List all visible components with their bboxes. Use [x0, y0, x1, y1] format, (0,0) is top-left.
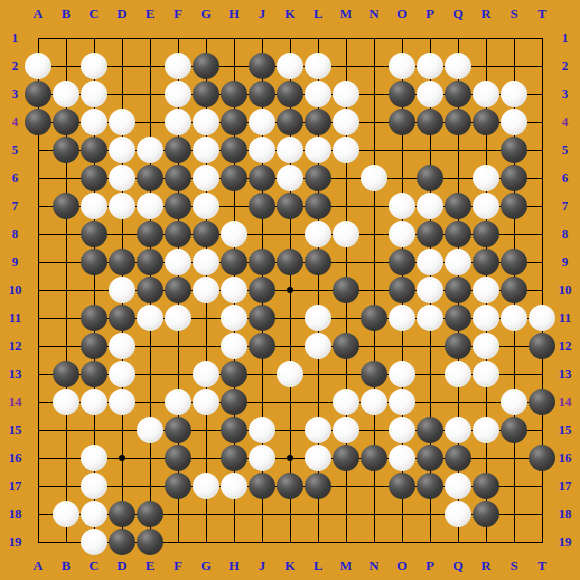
intersection-R19[interactable]	[472, 528, 500, 556]
intersection-F11[interactable]	[164, 304, 192, 332]
intersection-Q7[interactable]	[444, 192, 472, 220]
intersection-K14[interactable]	[276, 388, 304, 416]
intersection-J15[interactable]	[248, 416, 276, 444]
intersection-R4[interactable]	[472, 108, 500, 136]
intersection-B14[interactable]	[52, 388, 80, 416]
intersection-L6[interactable]	[304, 164, 332, 192]
intersection-R3[interactable]	[472, 80, 500, 108]
intersection-B19[interactable]	[52, 528, 80, 556]
intersection-E14[interactable]	[136, 388, 164, 416]
intersection-R6[interactable]	[472, 164, 500, 192]
intersection-G11[interactable]	[192, 304, 220, 332]
intersection-M1[interactable]	[332, 24, 360, 52]
intersection-D5[interactable]	[108, 136, 136, 164]
intersection-S17[interactable]	[500, 472, 528, 500]
intersection-R11[interactable]	[472, 304, 500, 332]
intersection-O7[interactable]	[388, 192, 416, 220]
intersection-M2[interactable]	[332, 52, 360, 80]
intersection-C16[interactable]	[80, 444, 108, 472]
intersection-O10[interactable]	[388, 276, 416, 304]
intersection-L13[interactable]	[304, 360, 332, 388]
intersection-S14[interactable]	[500, 388, 528, 416]
intersection-F4[interactable]	[164, 108, 192, 136]
intersection-P10[interactable]	[416, 276, 444, 304]
intersection-E11[interactable]	[136, 304, 164, 332]
intersection-G10[interactable]	[192, 276, 220, 304]
intersection-B5[interactable]	[52, 136, 80, 164]
intersection-S10[interactable]	[500, 276, 528, 304]
intersection-H9[interactable]	[220, 248, 248, 276]
intersection-P16[interactable]	[416, 444, 444, 472]
intersection-L12[interactable]	[304, 332, 332, 360]
intersection-Q5[interactable]	[444, 136, 472, 164]
intersection-K18[interactable]	[276, 500, 304, 528]
intersection-J9[interactable]	[248, 248, 276, 276]
intersection-D4[interactable]	[108, 108, 136, 136]
intersection-Q1[interactable]	[444, 24, 472, 52]
intersection-R9[interactable]	[472, 248, 500, 276]
intersection-G12[interactable]	[192, 332, 220, 360]
intersection-M4[interactable]	[332, 108, 360, 136]
intersection-L16[interactable]	[304, 444, 332, 472]
intersection-R13[interactable]	[472, 360, 500, 388]
intersection-G7[interactable]	[192, 192, 220, 220]
intersection-M16[interactable]	[332, 444, 360, 472]
intersection-G2[interactable]	[192, 52, 220, 80]
intersection-O3[interactable]	[388, 80, 416, 108]
intersection-R10[interactable]	[472, 276, 500, 304]
intersection-O5[interactable]	[388, 136, 416, 164]
intersection-B16[interactable]	[52, 444, 80, 472]
intersection-Q19[interactable]	[444, 528, 472, 556]
intersection-M19[interactable]	[332, 528, 360, 556]
intersection-H1[interactable]	[220, 24, 248, 52]
intersection-G9[interactable]	[192, 248, 220, 276]
intersection-B12[interactable]	[52, 332, 80, 360]
intersection-H15[interactable]	[220, 416, 248, 444]
intersection-G8[interactable]	[192, 220, 220, 248]
intersection-Q11[interactable]	[444, 304, 472, 332]
intersection-S11[interactable]	[500, 304, 528, 332]
intersection-J16[interactable]	[248, 444, 276, 472]
intersection-D10[interactable]	[108, 276, 136, 304]
intersection-E18[interactable]	[136, 500, 164, 528]
intersection-K9[interactable]	[276, 248, 304, 276]
intersection-O4[interactable]	[388, 108, 416, 136]
intersection-Q15[interactable]	[444, 416, 472, 444]
intersection-B9[interactable]	[52, 248, 80, 276]
intersection-L3[interactable]	[304, 80, 332, 108]
intersection-Q8[interactable]	[444, 220, 472, 248]
intersection-P2[interactable]	[416, 52, 444, 80]
intersection-O12[interactable]	[388, 332, 416, 360]
intersection-B13[interactable]	[52, 360, 80, 388]
intersection-D3[interactable]	[108, 80, 136, 108]
intersection-D1[interactable]	[108, 24, 136, 52]
intersection-H7[interactable]	[220, 192, 248, 220]
intersection-O18[interactable]	[388, 500, 416, 528]
intersection-D15[interactable]	[108, 416, 136, 444]
intersection-M7[interactable]	[332, 192, 360, 220]
intersection-H11[interactable]	[220, 304, 248, 332]
intersection-B4[interactable]	[52, 108, 80, 136]
intersection-Q3[interactable]	[444, 80, 472, 108]
intersection-H16[interactable]	[220, 444, 248, 472]
intersection-F16[interactable]	[164, 444, 192, 472]
intersection-O1[interactable]	[388, 24, 416, 52]
intersection-M12[interactable]	[332, 332, 360, 360]
intersection-C5[interactable]	[80, 136, 108, 164]
intersection-C8[interactable]	[80, 220, 108, 248]
intersection-D19[interactable]	[108, 528, 136, 556]
intersection-L10[interactable]	[304, 276, 332, 304]
intersection-B17[interactable]	[52, 472, 80, 500]
intersection-G3[interactable]	[192, 80, 220, 108]
intersection-R1[interactable]	[472, 24, 500, 52]
intersection-S15[interactable]	[500, 416, 528, 444]
intersection-D18[interactable]	[108, 500, 136, 528]
intersection-E10[interactable]	[136, 276, 164, 304]
intersection-L4[interactable]	[304, 108, 332, 136]
intersection-O15[interactable]	[388, 416, 416, 444]
intersection-N10[interactable]	[360, 276, 388, 304]
intersection-F17[interactable]	[164, 472, 192, 500]
intersection-K19[interactable]	[276, 528, 304, 556]
intersection-P15[interactable]	[416, 416, 444, 444]
intersection-N19[interactable]	[360, 528, 388, 556]
intersection-S19[interactable]	[500, 528, 528, 556]
intersection-N12[interactable]	[360, 332, 388, 360]
intersection-C3[interactable]	[80, 80, 108, 108]
intersection-K1[interactable]	[276, 24, 304, 52]
intersection-Q9[interactable]	[444, 248, 472, 276]
intersection-O2[interactable]	[388, 52, 416, 80]
intersection-Q14[interactable]	[444, 388, 472, 416]
intersection-F1[interactable]	[164, 24, 192, 52]
intersection-G18[interactable]	[192, 500, 220, 528]
intersection-B3[interactable]	[52, 80, 80, 108]
intersection-P9[interactable]	[416, 248, 444, 276]
intersection-E6[interactable]	[136, 164, 164, 192]
intersection-Q10[interactable]	[444, 276, 472, 304]
intersection-M3[interactable]	[332, 80, 360, 108]
intersection-L1[interactable]	[304, 24, 332, 52]
intersection-B11[interactable]	[52, 304, 80, 332]
intersection-G13[interactable]	[192, 360, 220, 388]
intersection-H3[interactable]	[220, 80, 248, 108]
intersection-G14[interactable]	[192, 388, 220, 416]
intersection-S12[interactable]	[500, 332, 528, 360]
intersection-K12[interactable]	[276, 332, 304, 360]
intersection-F6[interactable]	[164, 164, 192, 192]
intersection-P1[interactable]	[416, 24, 444, 52]
intersection-H18[interactable]	[220, 500, 248, 528]
intersection-Q12[interactable]	[444, 332, 472, 360]
intersection-D7[interactable]	[108, 192, 136, 220]
intersection-B1[interactable]	[52, 24, 80, 52]
intersection-Q16[interactable]	[444, 444, 472, 472]
intersection-J3[interactable]	[248, 80, 276, 108]
intersection-H10[interactable]	[220, 276, 248, 304]
intersection-D9[interactable]	[108, 248, 136, 276]
intersection-G17[interactable]	[192, 472, 220, 500]
intersection-N11[interactable]	[360, 304, 388, 332]
intersection-B10[interactable]	[52, 276, 80, 304]
intersection-D11[interactable]	[108, 304, 136, 332]
intersection-C15[interactable]	[80, 416, 108, 444]
intersection-J12[interactable]	[248, 332, 276, 360]
intersection-S6[interactable]	[500, 164, 528, 192]
intersection-H19[interactable]	[220, 528, 248, 556]
intersection-F8[interactable]	[164, 220, 192, 248]
intersection-D2[interactable]	[108, 52, 136, 80]
intersection-D6[interactable]	[108, 164, 136, 192]
intersection-E12[interactable]	[136, 332, 164, 360]
intersection-S5[interactable]	[500, 136, 528, 164]
intersection-R18[interactable]	[472, 500, 500, 528]
intersection-P18[interactable]	[416, 500, 444, 528]
intersection-H4[interactable]	[220, 108, 248, 136]
intersection-R5[interactable]	[472, 136, 500, 164]
intersection-H5[interactable]	[220, 136, 248, 164]
intersection-F13[interactable]	[164, 360, 192, 388]
intersection-S4[interactable]	[500, 108, 528, 136]
intersection-P14[interactable]	[416, 388, 444, 416]
intersection-L2[interactable]	[304, 52, 332, 80]
intersection-S9[interactable]	[500, 248, 528, 276]
intersection-B6[interactable]	[52, 164, 80, 192]
intersection-Q6[interactable]	[444, 164, 472, 192]
intersection-M10[interactable]	[332, 276, 360, 304]
intersection-J13[interactable]	[248, 360, 276, 388]
intersection-N14[interactable]	[360, 388, 388, 416]
intersection-H8[interactable]	[220, 220, 248, 248]
intersection-N8[interactable]	[360, 220, 388, 248]
intersection-C10[interactable]	[80, 276, 108, 304]
intersection-C19[interactable]	[80, 528, 108, 556]
intersection-F10[interactable]	[164, 276, 192, 304]
intersection-P7[interactable]	[416, 192, 444, 220]
intersection-K11[interactable]	[276, 304, 304, 332]
intersection-K6[interactable]	[276, 164, 304, 192]
intersection-E9[interactable]	[136, 248, 164, 276]
intersection-M9[interactable]	[332, 248, 360, 276]
intersection-J18[interactable]	[248, 500, 276, 528]
intersection-Q17[interactable]	[444, 472, 472, 500]
intersection-N13[interactable]	[360, 360, 388, 388]
intersection-O17[interactable]	[388, 472, 416, 500]
intersection-K17[interactable]	[276, 472, 304, 500]
intersection-R14[interactable]	[472, 388, 500, 416]
intersection-F18[interactable]	[164, 500, 192, 528]
intersection-K15[interactable]	[276, 416, 304, 444]
intersection-R12[interactable]	[472, 332, 500, 360]
intersection-B15[interactable]	[52, 416, 80, 444]
intersection-J6[interactable]	[248, 164, 276, 192]
intersection-G6[interactable]	[192, 164, 220, 192]
intersection-E8[interactable]	[136, 220, 164, 248]
intersection-S18[interactable]	[500, 500, 528, 528]
intersection-D8[interactable]	[108, 220, 136, 248]
intersection-O11[interactable]	[388, 304, 416, 332]
intersection-H6[interactable]	[220, 164, 248, 192]
intersection-R15[interactable]	[472, 416, 500, 444]
intersection-J19[interactable]	[248, 528, 276, 556]
intersection-N9[interactable]	[360, 248, 388, 276]
intersection-M8[interactable]	[332, 220, 360, 248]
intersection-F3[interactable]	[164, 80, 192, 108]
intersection-E3[interactable]	[136, 80, 164, 108]
intersection-E19[interactable]	[136, 528, 164, 556]
intersection-F2[interactable]	[164, 52, 192, 80]
intersection-B8[interactable]	[52, 220, 80, 248]
intersection-M6[interactable]	[332, 164, 360, 192]
intersection-F14[interactable]	[164, 388, 192, 416]
intersection-C12[interactable]	[80, 332, 108, 360]
intersection-P3[interactable]	[416, 80, 444, 108]
intersection-N1[interactable]	[360, 24, 388, 52]
intersection-G16[interactable]	[192, 444, 220, 472]
intersection-L14[interactable]	[304, 388, 332, 416]
intersection-S7[interactable]	[500, 192, 528, 220]
intersection-O16[interactable]	[388, 444, 416, 472]
intersection-L17[interactable]	[304, 472, 332, 500]
intersection-L9[interactable]	[304, 248, 332, 276]
intersection-D13[interactable]	[108, 360, 136, 388]
intersection-O14[interactable]	[388, 388, 416, 416]
intersection-S8[interactable]	[500, 220, 528, 248]
intersection-K10[interactable]	[276, 276, 304, 304]
intersection-N4[interactable]	[360, 108, 388, 136]
intersection-M13[interactable]	[332, 360, 360, 388]
intersection-E4[interactable]	[136, 108, 164, 136]
intersection-P4[interactable]	[416, 108, 444, 136]
intersection-R17[interactable]	[472, 472, 500, 500]
intersection-C2[interactable]	[80, 52, 108, 80]
intersection-F12[interactable]	[164, 332, 192, 360]
intersection-K2[interactable]	[276, 52, 304, 80]
intersection-M15[interactable]	[332, 416, 360, 444]
intersection-F15[interactable]	[164, 416, 192, 444]
intersection-P13[interactable]	[416, 360, 444, 388]
intersection-S3[interactable]	[500, 80, 528, 108]
intersection-F9[interactable]	[164, 248, 192, 276]
intersection-L19[interactable]	[304, 528, 332, 556]
intersection-C13[interactable]	[80, 360, 108, 388]
intersection-J17[interactable]	[248, 472, 276, 500]
intersection-L7[interactable]	[304, 192, 332, 220]
intersection-K3[interactable]	[276, 80, 304, 108]
intersection-J10[interactable]	[248, 276, 276, 304]
intersection-C17[interactable]	[80, 472, 108, 500]
intersection-K4[interactable]	[276, 108, 304, 136]
intersection-H2[interactable]	[220, 52, 248, 80]
intersection-H17[interactable]	[220, 472, 248, 500]
intersection-B7[interactable]	[52, 192, 80, 220]
intersection-O8[interactable]	[388, 220, 416, 248]
intersection-J7[interactable]	[248, 192, 276, 220]
intersection-M11[interactable]	[332, 304, 360, 332]
intersection-N15[interactable]	[360, 416, 388, 444]
intersection-Q4[interactable]	[444, 108, 472, 136]
intersection-E16[interactable]	[136, 444, 164, 472]
intersection-J2[interactable]	[248, 52, 276, 80]
intersection-J1[interactable]	[248, 24, 276, 52]
intersection-P17[interactable]	[416, 472, 444, 500]
intersection-N16[interactable]	[360, 444, 388, 472]
intersection-C4[interactable]	[80, 108, 108, 136]
intersection-D14[interactable]	[108, 388, 136, 416]
intersection-G1[interactable]	[192, 24, 220, 52]
intersection-F7[interactable]	[164, 192, 192, 220]
intersection-C6[interactable]	[80, 164, 108, 192]
intersection-C9[interactable]	[80, 248, 108, 276]
intersection-S2[interactable]	[500, 52, 528, 80]
intersection-E13[interactable]	[136, 360, 164, 388]
intersection-H13[interactable]	[220, 360, 248, 388]
intersection-N3[interactable]	[360, 80, 388, 108]
intersection-G4[interactable]	[192, 108, 220, 136]
intersection-S13[interactable]	[500, 360, 528, 388]
intersection-D16[interactable]	[108, 444, 136, 472]
intersection-N2[interactable]	[360, 52, 388, 80]
intersection-E1[interactable]	[136, 24, 164, 52]
intersection-Q2[interactable]	[444, 52, 472, 80]
intersection-P19[interactable]	[416, 528, 444, 556]
intersection-O13[interactable]	[388, 360, 416, 388]
intersection-M14[interactable]	[332, 388, 360, 416]
intersection-J8[interactable]	[248, 220, 276, 248]
intersection-E15[interactable]	[136, 416, 164, 444]
intersection-J5[interactable]	[248, 136, 276, 164]
intersection-F19[interactable]	[164, 528, 192, 556]
intersection-L15[interactable]	[304, 416, 332, 444]
intersection-N18[interactable]	[360, 500, 388, 528]
intersection-C18[interactable]	[80, 500, 108, 528]
intersection-L18[interactable]	[304, 500, 332, 528]
intersection-Q18[interactable]	[444, 500, 472, 528]
intersection-B18[interactable]	[52, 500, 80, 528]
intersection-C14[interactable]	[80, 388, 108, 416]
intersection-D17[interactable]	[108, 472, 136, 500]
intersection-J14[interactable]	[248, 388, 276, 416]
intersection-C1[interactable]	[80, 24, 108, 52]
intersection-M18[interactable]	[332, 500, 360, 528]
intersection-L8[interactable]	[304, 220, 332, 248]
intersection-O19[interactable]	[388, 528, 416, 556]
intersection-P11[interactable]	[416, 304, 444, 332]
intersection-C11[interactable]	[80, 304, 108, 332]
intersection-N5[interactable]	[360, 136, 388, 164]
intersection-F5[interactable]	[164, 136, 192, 164]
intersection-S1[interactable]	[500, 24, 528, 52]
intersection-E7[interactable]	[136, 192, 164, 220]
intersection-J4[interactable]	[248, 108, 276, 136]
intersection-K5[interactable]	[276, 136, 304, 164]
intersection-E17[interactable]	[136, 472, 164, 500]
intersection-H14[interactable]	[220, 388, 248, 416]
intersection-E5[interactable]	[136, 136, 164, 164]
intersection-G15[interactable]	[192, 416, 220, 444]
intersection-P8[interactable]	[416, 220, 444, 248]
intersection-L5[interactable]	[304, 136, 332, 164]
intersection-K16[interactable]	[276, 444, 304, 472]
intersection-R7[interactable]	[472, 192, 500, 220]
intersection-N6[interactable]	[360, 164, 388, 192]
intersection-J11[interactable]	[248, 304, 276, 332]
intersection-G19[interactable]	[192, 528, 220, 556]
intersection-O6[interactable]	[388, 164, 416, 192]
